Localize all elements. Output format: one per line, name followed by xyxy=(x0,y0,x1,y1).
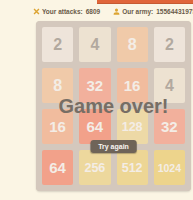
board-2048: 2482832164166412832642565121024 Game ove… xyxy=(36,21,191,191)
army-status: Our army: 155644319758 xyxy=(113,8,193,15)
attacks-value: 6809 xyxy=(86,8,100,15)
army-value: 155644319758 xyxy=(156,8,193,15)
attacks-status: Your attacks: 6809 xyxy=(33,8,100,15)
army-icon xyxy=(113,8,120,15)
game-over-title: Game over! xyxy=(36,95,191,118)
status-bar: Your attacks: 6809 Our army: 15564431975… xyxy=(33,5,193,17)
army-label: Our army: xyxy=(122,8,153,15)
game-over-overlay: Game over! Try again xyxy=(36,21,191,191)
try-again-button[interactable]: Try again xyxy=(90,140,137,153)
attacks-label: Your attacks: xyxy=(42,8,83,15)
top-progress-strip xyxy=(97,0,193,4)
attack-icon xyxy=(33,8,40,15)
